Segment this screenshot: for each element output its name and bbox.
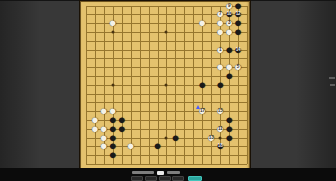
stone-black: ● [215,80,225,90]
grid-line-vertical [247,6,248,164]
bottom-toolbar [0,168,336,181]
move-number: 1 [219,47,221,52]
stone-glyph: ● [198,18,206,28]
action-button[interactable] [188,176,202,181]
stone-black: ● [153,141,163,151]
hoshi-point [219,136,222,139]
stone-glyph: ● [216,62,224,72]
stone-glyph: ● [225,44,233,54]
game-info-text [132,171,154,174]
stone-black: ● [233,27,243,37]
hoshi-point [165,30,168,33]
move-number: 5 [237,65,239,70]
grid-line-horizontal [86,102,247,103]
hoshi-point [165,83,168,86]
move-number: 18 [218,144,223,149]
move-number: 11 [218,126,222,131]
stone-black: ● [170,133,180,143]
nav-prev-button[interactable] [145,176,157,181]
move-number: 15 [218,109,223,114]
nav-first-button[interactable] [131,176,143,181]
move-number: 12 [236,12,241,17]
last-move-marker-icon [196,105,200,109]
stone-white: ● [126,141,136,151]
stone-black: ● [197,80,207,90]
side-label-2 [330,84,335,86]
stone-black: ● [224,71,234,81]
stone-glyph: ● [234,26,242,36]
stone-glyph: ● [91,123,99,133]
go-board[interactable]: ●9●●7●10●12●●●●3●●●●●1●●14●●●5●●●●●●17●1… [80,1,250,172]
stone-white: ●5 [233,62,243,72]
move-number: 13 [209,135,214,140]
move-number: 3 [228,21,230,26]
stone-glyph: ● [225,26,233,36]
stone-black: ● [117,124,127,134]
stone-glyph: ● [100,141,108,151]
stone-glyph: ● [225,132,233,142]
stone-glyph: ● [118,123,126,133]
stone-black: ● [224,133,234,143]
move-number: 14 [236,47,241,52]
grid-line-horizontal [86,164,247,165]
side-label-1 [329,77,335,79]
stone-glyph: ● [109,18,117,28]
stone-glyph: ● [154,141,162,151]
stone-glyph: ● [171,132,179,142]
hoshi-point [111,83,114,86]
grid-line-horizontal [86,94,247,95]
app-window: ●9●●7●10●12●●●●3●●●●●1●●14●●●5●●●●●●17●1… [0,0,336,181]
grid-line-vertical [193,6,194,164]
stone-glyph: ● [127,141,135,151]
stone-glyph: ● [109,150,117,160]
game-info-text-2 [167,171,180,174]
nav-last-button[interactable] [172,176,184,181]
move-number: 17 [200,109,205,114]
move-number: 9 [228,3,230,8]
stone-glyph: ● [216,79,224,89]
stone-white: ● [197,18,207,28]
stone-glyph: ● [198,79,206,89]
stone-black: ●14 [233,45,243,55]
stone-white: ●15 [215,106,225,116]
hoshi-point [165,136,168,139]
stone-glyph: ● [225,70,233,80]
stone-white: ● [108,18,118,28]
move-number: 7 [219,12,221,17]
stone-black: ●18 [215,141,225,151]
stone-glyph: ● [216,26,224,36]
move-number: 10 [227,12,232,17]
stone-white: ●13 [206,133,216,143]
grid-line-vertical [184,6,185,164]
nav-next-button[interactable] [159,176,171,181]
stone-glyph: ● [100,106,108,116]
hoshi-point [111,30,114,33]
stone-black: ● [108,150,118,160]
move-counter-chip [157,171,164,175]
